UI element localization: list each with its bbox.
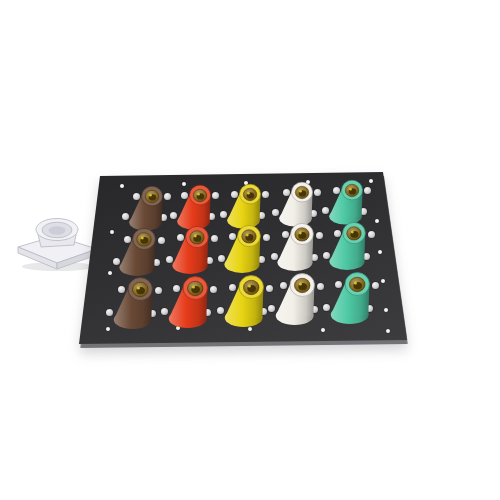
lamp-socket-brown [110, 275, 160, 331]
panel-area [0, 0, 500, 500]
lamp-socket-teal [326, 178, 369, 226]
mounting-hole [378, 250, 382, 254]
mounting-hole [110, 230, 114, 234]
lamp-socket-graphic [116, 226, 162, 278]
lamp-socket-brown [126, 184, 169, 232]
lamp-socket-graphic [110, 275, 160, 331]
lamp-socket-graphic [327, 270, 377, 326]
lamp-socket-graphic [274, 221, 320, 273]
mounting-hole [386, 329, 390, 333]
lamp-socket-graphic [165, 274, 215, 330]
lamp-socket-white [272, 271, 322, 327]
lamp-socket-graphic [126, 184, 169, 232]
mounting-hole [369, 179, 373, 183]
lamp-socket-red [165, 274, 215, 330]
lamp-socket-red [169, 224, 215, 276]
lamp-socket-graphic [326, 220, 372, 272]
lamp-socket-teal [327, 270, 377, 326]
lamp-socket-yellow [221, 223, 267, 275]
lamp-socket-yellow [221, 273, 271, 329]
mounting-hole [321, 328, 325, 332]
lamp-socket-graphic [169, 224, 215, 276]
lamp-socket-graphic [272, 271, 322, 327]
lamp-socket-brown [116, 226, 162, 278]
mounting-panel [79, 170, 407, 346]
lamp-socket-teal [326, 220, 372, 272]
mounting-hole [120, 184, 124, 188]
lamp-socket-graphic [326, 178, 369, 226]
mounting-hole [381, 279, 385, 283]
mounting-hole [384, 308, 388, 312]
lamp-socket-graphic [221, 223, 267, 275]
mounting-hole [375, 219, 379, 223]
product-photo-stage [0, 0, 500, 500]
lamp-socket-white [274, 221, 320, 273]
lamp-socket-graphic [221, 273, 271, 329]
